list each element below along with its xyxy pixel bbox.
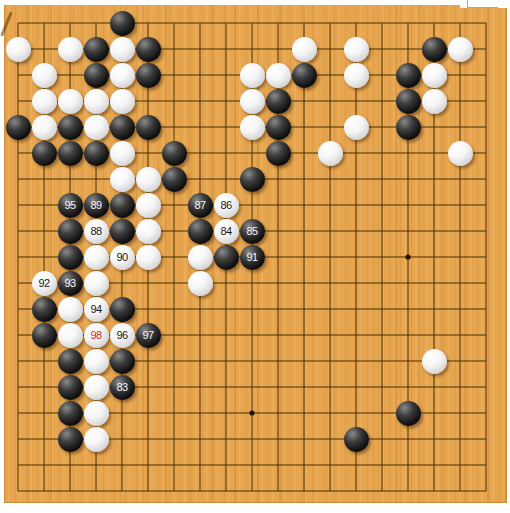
stone-white — [84, 89, 109, 114]
stone-white — [188, 245, 213, 270]
stone-black: 95 — [58, 193, 83, 218]
stone-white — [84, 349, 109, 374]
stone-white — [110, 63, 135, 88]
stone-black — [240, 167, 265, 192]
stone-black — [162, 167, 187, 192]
stone-black — [32, 323, 57, 348]
stone-black — [136, 63, 161, 88]
stone-white: 84 — [214, 219, 239, 244]
stone-white: 94 — [84, 297, 109, 322]
stone-black — [266, 89, 291, 114]
stone-white: 96 — [110, 323, 135, 348]
stone-black: 89 — [84, 193, 109, 218]
stone-black — [58, 245, 83, 270]
stone-black — [84, 141, 109, 166]
stone-white: 88 — [84, 219, 109, 244]
move-number: 86 — [220, 200, 231, 211]
stone-white — [6, 37, 31, 62]
stone-white — [136, 245, 161, 270]
stone-black — [110, 219, 135, 244]
stone-white — [110, 89, 135, 114]
stone-white — [110, 167, 135, 192]
stone-black — [110, 297, 135, 322]
stone-black: 97 — [136, 323, 161, 348]
stone-black — [84, 37, 109, 62]
stone-white — [344, 63, 369, 88]
stone-black — [110, 11, 135, 36]
stone-black: 87 — [188, 193, 213, 218]
move-number: 89 — [90, 200, 101, 211]
move-number: 91 — [246, 252, 257, 263]
stone-white — [344, 115, 369, 140]
stone-white — [58, 89, 83, 114]
stone-white: 90 — [110, 245, 135, 270]
stone-white — [240, 63, 265, 88]
move-number: 93 — [64, 278, 75, 289]
stone-black — [58, 375, 83, 400]
stone-black — [266, 115, 291, 140]
move-number: 87 — [194, 200, 205, 211]
move-number: 97 — [142, 330, 153, 341]
stone-black — [422, 37, 447, 62]
stone-white — [448, 141, 473, 166]
stone-white — [84, 115, 109, 140]
stone-white: 92 — [32, 271, 57, 296]
stone-black — [396, 89, 421, 114]
stone-white — [58, 297, 83, 322]
stone-black — [292, 63, 317, 88]
stone-black — [58, 349, 83, 374]
stone-black — [396, 63, 421, 88]
stone-white — [110, 141, 135, 166]
stone-white: 98 — [84, 323, 109, 348]
stone-white — [84, 427, 109, 452]
stone-white — [240, 115, 265, 140]
stone-black — [396, 401, 421, 426]
stone-black — [84, 63, 109, 88]
stone-white — [240, 89, 265, 114]
stones-layer: 95898786888485909192939498969783 — [4, 5, 507, 503]
stone-white — [32, 115, 57, 140]
stone-black: 91 — [240, 245, 265, 270]
stone-black — [266, 141, 291, 166]
move-number: 88 — [90, 226, 101, 237]
stone-black — [32, 297, 57, 322]
stone-white — [318, 141, 343, 166]
stone-black — [188, 219, 213, 244]
stone-black — [136, 115, 161, 140]
stone-black — [58, 427, 83, 452]
stone-black — [344, 427, 369, 452]
window-corner-fragment — [460, 0, 510, 8]
go-board[interactable]: 95898786888485909192939498969783 — [4, 5, 507, 503]
stone-white — [84, 401, 109, 426]
stone-white — [448, 37, 473, 62]
stone-black — [32, 141, 57, 166]
stone-white — [58, 37, 83, 62]
stone-white — [110, 37, 135, 62]
stone-black: 83 — [110, 375, 135, 400]
stone-white — [422, 63, 447, 88]
stone-black — [110, 193, 135, 218]
stone-black — [58, 219, 83, 244]
stone-black — [136, 37, 161, 62]
move-number: 95 — [64, 200, 75, 211]
stone-black — [58, 141, 83, 166]
move-number: 90 — [116, 252, 127, 263]
stone-white — [188, 271, 213, 296]
stone-white — [136, 193, 161, 218]
move-number: 84 — [220, 226, 231, 237]
move-number: 85 — [246, 226, 257, 237]
stone-white — [136, 219, 161, 244]
stone-white — [84, 375, 109, 400]
move-number: 83 — [116, 382, 127, 393]
stone-black — [6, 115, 31, 140]
move-number: 96 — [116, 330, 127, 341]
stone-white — [58, 323, 83, 348]
stone-black — [58, 115, 83, 140]
stone-white — [344, 37, 369, 62]
stone-black — [58, 401, 83, 426]
stone-black: 93 — [58, 271, 83, 296]
last-move-number: 98 — [90, 330, 101, 341]
stone-black — [214, 245, 239, 270]
stone-white — [32, 89, 57, 114]
stone-white — [266, 63, 291, 88]
stone-black — [110, 349, 135, 374]
page: 95898786888485909192939498969783 — [0, 0, 510, 513]
stone-black — [162, 141, 187, 166]
stone-white — [32, 63, 57, 88]
stone-black: 85 — [240, 219, 265, 244]
stone-white — [84, 271, 109, 296]
stone-white — [136, 167, 161, 192]
stone-white: 86 — [214, 193, 239, 218]
stone-black — [110, 115, 135, 140]
fragment-bottom-border — [467, 7, 498, 8]
stone-black — [396, 115, 421, 140]
stone-white — [292, 37, 317, 62]
move-number: 94 — [90, 304, 101, 315]
move-number: 92 — [38, 278, 49, 289]
stone-white — [84, 245, 109, 270]
stone-white — [422, 349, 447, 374]
stone-white — [422, 89, 447, 114]
